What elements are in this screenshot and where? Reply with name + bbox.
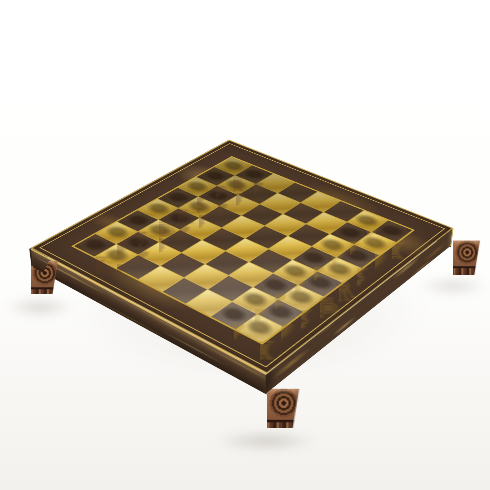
chess-board: ♜♜♞♞♝♝♛♛♚♚♝♝♞♞♜♜♟♟♟♟♟♟♟♟♟♟♟♟♟♟♟♟♟♟♟♟♟♟♟♟…	[31, 140, 454, 374]
piece-glyph: ♜	[221, 283, 298, 330]
piece-glyph: ♟	[82, 223, 152, 257]
photo-stage: ♜♜♞♞♝♝♛♛♚♚♝♝♞♞♜♜♟♟♟♟♟♟♟♟♟♟♟♟♟♟♟♟♟♟♟♟♟♟♟♟…	[0, 0, 490, 490]
board-foot-near	[235, 389, 299, 439]
piece-reflection: ♟	[82, 262, 152, 281]
scene: ♜♜♞♞♝♝♛♛♚♚♝♝♞♞♜♜♟♟♟♟♟♟♟♟♟♟♟♟♟♟♟♟♟♟♟♟♟♟♟♟…	[0, 0, 490, 490]
